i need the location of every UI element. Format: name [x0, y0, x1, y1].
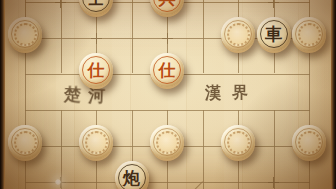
piece-black-cannon[interactable]: 炮	[115, 161, 149, 189]
video-frame: 楚河 漢界 士兵車仕仕炮	[0, 0, 336, 189]
piece-hidden-piece[interactable]	[150, 125, 184, 159]
piece-hidden-piece[interactable]	[221, 17, 255, 51]
piece-black-chariot[interactable]: 車	[257, 17, 291, 51]
piece-character: 仕	[88, 62, 105, 79]
piece-hidden-piece[interactable]	[8, 17, 42, 51]
piece-red-advisor[interactable]: 仕	[150, 53, 184, 87]
piece-character: 仕	[159, 62, 176, 79]
piece-character: 士	[88, 0, 105, 7]
piece-character: 車	[265, 26, 282, 43]
piece-hidden-piece[interactable]	[292, 125, 326, 159]
piece-hidden-piece[interactable]	[292, 17, 326, 51]
piece-hidden-piece[interactable]	[8, 125, 42, 159]
piece-red-soldier[interactable]: 兵	[150, 0, 184, 15]
piece-hidden-piece[interactable]	[79, 125, 113, 159]
piece-character: 炮	[123, 170, 140, 187]
xiangqi-board[interactable]: 士兵車仕仕炮	[7, 0, 327, 189]
piece-character: 兵	[159, 0, 176, 7]
right-letterbox-bar	[331, 0, 336, 189]
left-letterbox-bar	[0, 0, 5, 189]
piece-hidden-piece[interactable]	[221, 125, 255, 159]
piece-black-advisor[interactable]: 士	[79, 0, 113, 15]
sparkle-effect	[55, 179, 61, 185]
piece-red-advisor[interactable]: 仕	[79, 53, 113, 87]
